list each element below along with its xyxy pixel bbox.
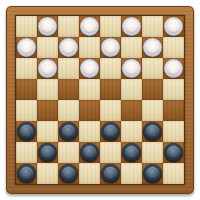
square-r8c7[interactable] bbox=[142, 163, 163, 184]
square-r6c2[interactable] bbox=[37, 121, 58, 142]
board-frame bbox=[6, 6, 194, 194]
square-r3c7[interactable] bbox=[142, 58, 163, 79]
square-r4c4[interactable] bbox=[79, 79, 100, 100]
white-piece[interactable] bbox=[143, 38, 162, 57]
black-piece[interactable] bbox=[164, 143, 183, 162]
white-piece[interactable] bbox=[101, 38, 120, 57]
square-r4c8[interactable] bbox=[163, 79, 184, 100]
square-r5c3[interactable] bbox=[58, 100, 79, 121]
black-piece[interactable] bbox=[143, 122, 162, 141]
square-r2c6[interactable] bbox=[121, 37, 142, 58]
square-r3c4[interactable] bbox=[79, 58, 100, 79]
square-r5c6[interactable] bbox=[121, 100, 142, 121]
square-r2c7[interactable] bbox=[142, 37, 163, 58]
black-piece[interactable] bbox=[80, 143, 99, 162]
square-r1c7[interactable] bbox=[142, 16, 163, 37]
black-piece[interactable] bbox=[122, 143, 141, 162]
square-r2c3[interactable] bbox=[58, 37, 79, 58]
square-r5c8[interactable] bbox=[163, 100, 184, 121]
square-r8c2[interactable] bbox=[37, 163, 58, 184]
square-r7c4[interactable] bbox=[79, 142, 100, 163]
square-r8c5[interactable] bbox=[100, 163, 121, 184]
square-r4c7[interactable] bbox=[142, 79, 163, 100]
black-piece[interactable] bbox=[38, 143, 57, 162]
square-r7c2[interactable] bbox=[37, 142, 58, 163]
square-r6c1[interactable] bbox=[16, 121, 37, 142]
white-piece[interactable] bbox=[38, 17, 57, 36]
square-r8c8[interactable] bbox=[163, 163, 184, 184]
square-r8c3[interactable] bbox=[58, 163, 79, 184]
square-r2c1[interactable] bbox=[16, 37, 37, 58]
square-r4c3[interactable] bbox=[58, 79, 79, 100]
square-r5c7[interactable] bbox=[142, 100, 163, 121]
square-r3c3[interactable] bbox=[58, 58, 79, 79]
white-piece[interactable] bbox=[80, 59, 99, 78]
square-r3c5[interactable] bbox=[100, 58, 121, 79]
square-r7c3[interactable] bbox=[58, 142, 79, 163]
square-r1c6[interactable] bbox=[121, 16, 142, 37]
white-piece[interactable] bbox=[17, 38, 36, 57]
white-piece[interactable] bbox=[164, 17, 183, 36]
black-piece[interactable] bbox=[143, 164, 162, 183]
square-r5c1[interactable] bbox=[16, 100, 37, 121]
black-piece[interactable] bbox=[59, 164, 78, 183]
square-r3c2[interactable] bbox=[37, 58, 58, 79]
board bbox=[15, 15, 185, 185]
black-piece[interactable] bbox=[101, 164, 120, 183]
square-r6c4[interactable] bbox=[79, 121, 100, 142]
white-piece[interactable] bbox=[122, 17, 141, 36]
square-r6c8[interactable] bbox=[163, 121, 184, 142]
square-r2c2[interactable] bbox=[37, 37, 58, 58]
white-piece[interactable] bbox=[164, 59, 183, 78]
white-piece[interactable] bbox=[38, 59, 57, 78]
black-piece[interactable] bbox=[101, 122, 120, 141]
square-r7c6[interactable] bbox=[121, 142, 142, 163]
square-r6c5[interactable] bbox=[100, 121, 121, 142]
square-r6c7[interactable] bbox=[142, 121, 163, 142]
square-r7c1[interactable] bbox=[16, 142, 37, 163]
black-piece[interactable] bbox=[59, 122, 78, 141]
white-piece[interactable] bbox=[59, 38, 78, 57]
square-r8c6[interactable] bbox=[121, 163, 142, 184]
square-r5c2[interactable] bbox=[37, 100, 58, 121]
square-r4c6[interactable] bbox=[121, 79, 142, 100]
square-r7c8[interactable] bbox=[163, 142, 184, 163]
square-r6c3[interactable] bbox=[58, 121, 79, 142]
square-r1c8[interactable] bbox=[163, 16, 184, 37]
square-r1c3[interactable] bbox=[58, 16, 79, 37]
square-r1c4[interactable] bbox=[79, 16, 100, 37]
square-r2c4[interactable] bbox=[79, 37, 100, 58]
square-r7c5[interactable] bbox=[100, 142, 121, 163]
square-r1c5[interactable] bbox=[100, 16, 121, 37]
square-r2c8[interactable] bbox=[163, 37, 184, 58]
square-r4c2[interactable] bbox=[37, 79, 58, 100]
square-r7c7[interactable] bbox=[142, 142, 163, 163]
square-r1c1[interactable] bbox=[16, 16, 37, 37]
black-piece[interactable] bbox=[17, 164, 36, 183]
square-r2c5[interactable] bbox=[100, 37, 121, 58]
square-r8c4[interactable] bbox=[79, 163, 100, 184]
square-r3c6[interactable] bbox=[121, 58, 142, 79]
square-r3c8[interactable] bbox=[163, 58, 184, 79]
square-r5c4[interactable] bbox=[79, 100, 100, 121]
square-r6c6[interactable] bbox=[121, 121, 142, 142]
square-r8c1[interactable] bbox=[16, 163, 37, 184]
white-piece[interactable] bbox=[122, 59, 141, 78]
square-r5c5[interactable] bbox=[100, 100, 121, 121]
square-r1c2[interactable] bbox=[37, 16, 58, 37]
white-piece[interactable] bbox=[80, 17, 99, 36]
square-r4c5[interactable] bbox=[100, 79, 121, 100]
black-piece[interactable] bbox=[17, 122, 36, 141]
square-r4c1[interactable] bbox=[16, 79, 37, 100]
square-r3c1[interactable] bbox=[16, 58, 37, 79]
